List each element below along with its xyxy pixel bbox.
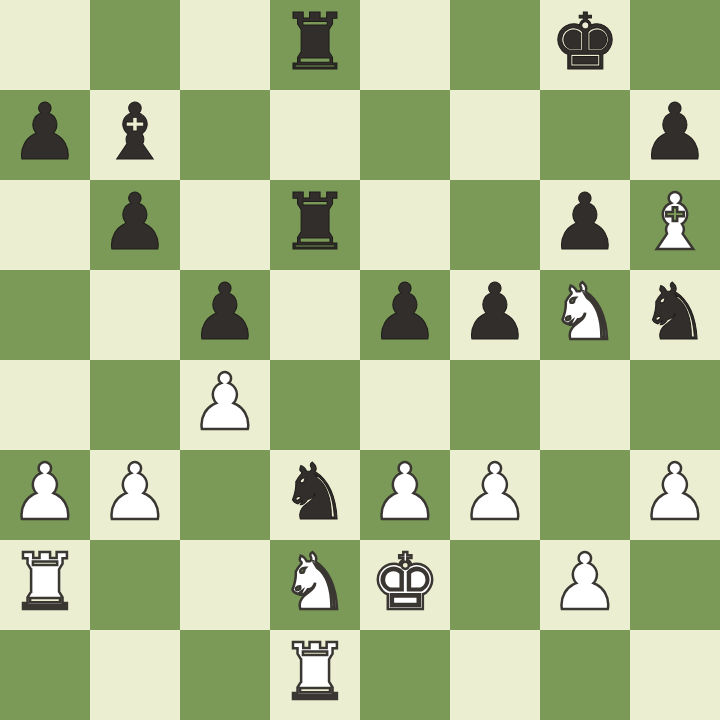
black-knight[interactable]: ♞ [280, 447, 350, 537]
white-knight[interactable]: ♞ [280, 537, 350, 627]
square-d5[interactable] [270, 270, 360, 360]
square-d7[interactable] [270, 90, 360, 180]
white-rook[interactable]: ♜ [280, 627, 350, 717]
square-h7[interactable]: ♟ [630, 90, 720, 180]
white-pawn[interactable]: ♟ [460, 447, 530, 537]
square-e2[interactable]: ♚ [360, 540, 450, 630]
square-b3[interactable]: ♟ [90, 450, 180, 540]
black-pawn[interactable]: ♟ [640, 87, 710, 177]
square-g7[interactable] [540, 90, 630, 180]
black-king[interactable]: ♚ [550, 0, 620, 87]
square-a1[interactable] [0, 630, 90, 720]
square-e5[interactable]: ♟ [360, 270, 450, 360]
black-pawn[interactable]: ♟ [100, 177, 170, 267]
square-a7[interactable]: ♟ [0, 90, 90, 180]
black-knight[interactable]: ♞ [640, 267, 710, 357]
square-c3[interactable] [180, 450, 270, 540]
square-f3[interactable]: ♟ [450, 450, 540, 540]
square-h4[interactable] [630, 360, 720, 450]
square-c6[interactable] [180, 180, 270, 270]
square-a8[interactable] [0, 0, 90, 90]
white-pawn[interactable]: ♟ [190, 357, 260, 447]
square-h6[interactable]: ♝ [630, 180, 720, 270]
square-g5[interactable]: ♞ [540, 270, 630, 360]
square-g8[interactable]: ♚ [540, 0, 630, 90]
square-h8[interactable] [630, 0, 720, 90]
square-d6[interactable]: ♜ [270, 180, 360, 270]
white-pawn[interactable]: ♟ [370, 447, 440, 537]
black-pawn[interactable]: ♟ [460, 267, 530, 357]
square-d2[interactable]: ♞ [270, 540, 360, 630]
square-b1[interactable] [90, 630, 180, 720]
black-rook[interactable]: ♜ [280, 177, 350, 267]
black-pawn[interactable]: ♟ [10, 87, 80, 177]
square-e7[interactable] [360, 90, 450, 180]
white-pawn[interactable]: ♟ [550, 537, 620, 627]
square-f2[interactable] [450, 540, 540, 630]
square-c4[interactable]: ♟ [180, 360, 270, 450]
white-king[interactable]: ♚ [370, 537, 440, 627]
square-e6[interactable] [360, 180, 450, 270]
square-h3[interactable]: ♟ [630, 450, 720, 540]
square-g6[interactable]: ♟ [540, 180, 630, 270]
square-b6[interactable]: ♟ [90, 180, 180, 270]
white-pawn[interactable]: ♟ [10, 447, 80, 537]
square-f1[interactable] [450, 630, 540, 720]
square-a3[interactable]: ♟ [0, 450, 90, 540]
square-e3[interactable]: ♟ [360, 450, 450, 540]
square-b7[interactable]: ♝ [90, 90, 180, 180]
square-a5[interactable] [0, 270, 90, 360]
square-a2[interactable]: ♜ [0, 540, 90, 630]
square-c5[interactable]: ♟ [180, 270, 270, 360]
square-h1[interactable] [630, 630, 720, 720]
white-pawn[interactable]: ♟ [640, 447, 710, 537]
black-pawn[interactable]: ♟ [550, 177, 620, 267]
square-d4[interactable] [270, 360, 360, 450]
square-c1[interactable] [180, 630, 270, 720]
black-bishop[interactable]: ♝ [100, 87, 170, 177]
square-b4[interactable] [90, 360, 180, 450]
white-pawn[interactable]: ♟ [100, 447, 170, 537]
square-f4[interactable] [450, 360, 540, 450]
square-c2[interactable] [180, 540, 270, 630]
square-c8[interactable] [180, 0, 270, 90]
white-rook[interactable]: ♜ [10, 537, 80, 627]
black-pawn[interactable]: ♟ [190, 267, 260, 357]
square-g2[interactable]: ♟ [540, 540, 630, 630]
square-h2[interactable] [630, 540, 720, 630]
square-f5[interactable]: ♟ [450, 270, 540, 360]
black-rook[interactable]: ♜ [280, 0, 350, 87]
white-knight[interactable]: ♞ [550, 267, 620, 357]
square-d1[interactable]: ♜ [270, 630, 360, 720]
square-b5[interactable] [90, 270, 180, 360]
square-e4[interactable] [360, 360, 450, 450]
square-h5[interactable]: ♞ [630, 270, 720, 360]
chess-board: ♜♚♟♝♟♟♜♟♝♟♟♟♞♞♟♟♟♞♟♟♟♜♞♚♟♜ [0, 0, 720, 720]
square-f8[interactable] [450, 0, 540, 90]
square-f7[interactable] [450, 90, 540, 180]
square-b8[interactable] [90, 0, 180, 90]
square-d8[interactable]: ♜ [270, 0, 360, 90]
white-bishop[interactable]: ♝ [640, 177, 710, 267]
square-d3[interactable]: ♞ [270, 450, 360, 540]
square-e8[interactable] [360, 0, 450, 90]
square-f6[interactable] [450, 180, 540, 270]
black-pawn[interactable]: ♟ [370, 267, 440, 357]
square-a6[interactable] [0, 180, 90, 270]
square-a4[interactable] [0, 360, 90, 450]
square-g3[interactable] [540, 450, 630, 540]
square-g1[interactable] [540, 630, 630, 720]
square-c7[interactable] [180, 90, 270, 180]
square-g4[interactable] [540, 360, 630, 450]
square-e1[interactable] [360, 630, 450, 720]
square-b2[interactable] [90, 540, 180, 630]
